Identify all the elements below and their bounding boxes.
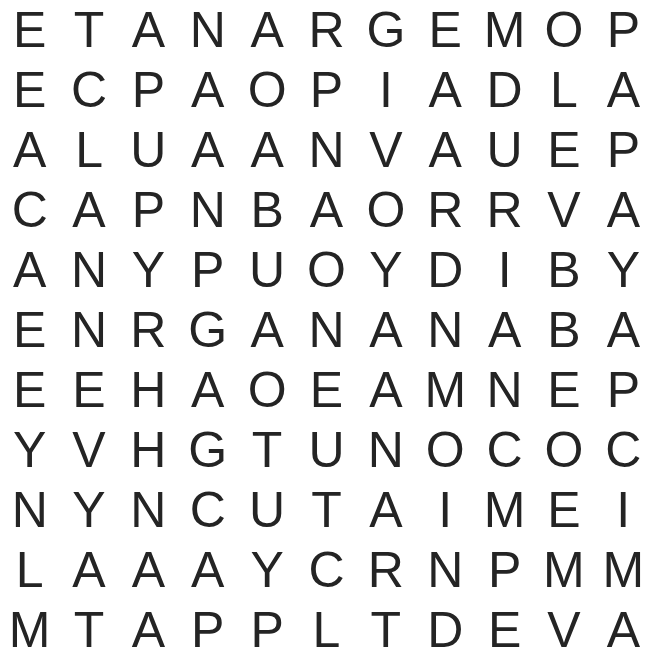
grid-cell-r11c2[interactable]: T [59, 600, 118, 660]
grid-cell-r11c7[interactable]: T [356, 600, 415, 660]
grid-cell-r4c9[interactable]: R [475, 180, 534, 240]
grid-cell-r10c10[interactable]: M [534, 540, 593, 600]
grid-cell-r7c8[interactable]: M [416, 360, 475, 420]
grid-cell-r6c10[interactable]: B [534, 300, 593, 360]
grid-cell-r5c11[interactable]: Y [594, 240, 653, 300]
grid-cell-r8c8[interactable]: O [416, 420, 475, 480]
grid-cell-r6c9[interactable]: A [475, 300, 534, 360]
grid-cell-r3c4[interactable]: A [178, 120, 237, 180]
grid-cell-r10c1[interactable]: L [0, 540, 59, 600]
grid-cell-r11c10[interactable]: V [534, 600, 593, 660]
grid-cell-r5c5[interactable]: U [237, 240, 296, 300]
grid-cell-r10c4[interactable]: A [178, 540, 237, 600]
grid-cell-r7c2[interactable]: E [59, 360, 118, 420]
grid-cell-r9c10[interactable]: E [534, 480, 593, 540]
grid-cell-r6c2[interactable]: N [59, 300, 118, 360]
grid-cell-r7c10[interactable]: E [534, 360, 593, 420]
grid-cell-r5c10[interactable]: B [534, 240, 593, 300]
grid-cell-r9c1[interactable]: N [0, 480, 59, 540]
grid-cell-r5c6[interactable]: O [297, 240, 356, 300]
grid-cell-r8c10[interactable]: O [534, 420, 593, 480]
grid-cell-r4c7[interactable]: O [356, 180, 415, 240]
grid-cell-r11c11[interactable]: A [594, 600, 653, 660]
grid-cell-r11c9[interactable]: E [475, 600, 534, 660]
grid-cell-r7c6[interactable]: E [297, 360, 356, 420]
grid-cell-r2c7[interactable]: I [356, 60, 415, 120]
grid-cell-r9c9[interactable]: M [475, 480, 534, 540]
grid-cell-r2c4[interactable]: A [178, 60, 237, 120]
grid-cell-r3c9[interactable]: U [475, 120, 534, 180]
grid-cell-r2c3[interactable]: P [119, 60, 178, 120]
grid-cell-r9c5[interactable]: U [237, 480, 296, 540]
grid-cell-r5c1[interactable]: A [0, 240, 59, 300]
grid-cell-r7c3[interactable]: H [119, 360, 178, 420]
grid-cell-r7c5[interactable]: O [237, 360, 296, 420]
grid-cell-r11c4[interactable]: P [178, 600, 237, 660]
grid-cell-r9c6[interactable]: T [297, 480, 356, 540]
grid-cell-r3c3[interactable]: U [119, 120, 178, 180]
grid-cell-r5c4[interactable]: P [178, 240, 237, 300]
grid-cell-r9c3[interactable]: N [119, 480, 178, 540]
grid-cell-r4c5[interactable]: B [237, 180, 296, 240]
grid-cell-r8c5[interactable]: T [237, 420, 296, 480]
grid-cell-r5c7[interactable]: Y [356, 240, 415, 300]
grid-cell-r1c4[interactable]: N [178, 0, 237, 60]
grid-cell-r8c9[interactable]: C [475, 420, 534, 480]
grid-cell-r3c11[interactable]: P [594, 120, 653, 180]
grid-cell-r3c7[interactable]: V [356, 120, 415, 180]
grid-cell-r8c1[interactable]: Y [0, 420, 59, 480]
grid-cell-r10c5[interactable]: Y [237, 540, 296, 600]
grid-cell-r10c6[interactable]: C [297, 540, 356, 600]
grid-cell-r1c8[interactable]: E [416, 0, 475, 60]
grid-cell-r2c6[interactable]: P [297, 60, 356, 120]
grid-cell-r10c8[interactable]: N [416, 540, 475, 600]
grid-cell-r7c9[interactable]: N [475, 360, 534, 420]
grid-cell-r9c2[interactable]: Y [59, 480, 118, 540]
grid-cell-r6c3[interactable]: R [119, 300, 178, 360]
grid-cell-r7c11[interactable]: P [594, 360, 653, 420]
grid-cell-r4c1[interactable]: C [0, 180, 59, 240]
grid-cell-r8c11[interactable]: C [594, 420, 653, 480]
grid-cell-r9c11[interactable]: I [594, 480, 653, 540]
grid-cell-r5c2[interactable]: N [59, 240, 118, 300]
grid-cell-r1c10[interactable]: O [534, 0, 593, 60]
grid-cell-r2c10[interactable]: L [534, 60, 593, 120]
grid-cell-r11c1[interactable]: M [0, 600, 59, 660]
grid-cell-r10c11[interactable]: M [594, 540, 653, 600]
grid-cell-r5c3[interactable]: Y [119, 240, 178, 300]
grid-cell-r9c8[interactable]: I [416, 480, 475, 540]
grid-cell-r11c5[interactable]: P [237, 600, 296, 660]
grid-cell-r3c2[interactable]: L [59, 120, 118, 180]
grid-cell-r10c7[interactable]: R [356, 540, 415, 600]
grid-cell-r2c1[interactable]: E [0, 60, 59, 120]
grid-cell-r8c3[interactable]: H [119, 420, 178, 480]
grid-cell-r3c8[interactable]: A [416, 120, 475, 180]
grid-cell-r4c8[interactable]: R [416, 180, 475, 240]
grid-cell-r1c9[interactable]: M [475, 0, 534, 60]
grid-cell-r4c11[interactable]: A [594, 180, 653, 240]
grid-cell-r11c6[interactable]: L [297, 600, 356, 660]
grid-cell-r1c7[interactable]: G [356, 0, 415, 60]
grid-cell-r3c6[interactable]: N [297, 120, 356, 180]
grid-cell-r7c4[interactable]: A [178, 360, 237, 420]
grid-cell-r2c9[interactable]: D [475, 60, 534, 120]
grid-cell-r6c5[interactable]: A [237, 300, 296, 360]
grid-cell-r10c2[interactable]: A [59, 540, 118, 600]
grid-cell-r6c8[interactable]: N [416, 300, 475, 360]
grid-cell-r2c8[interactable]: A [416, 60, 475, 120]
grid-cell-r8c2[interactable]: V [59, 420, 118, 480]
grid-cell-r1c2[interactable]: T [59, 0, 118, 60]
grid-cell-r5c8[interactable]: D [416, 240, 475, 300]
grid-cell-r11c3[interactable]: A [119, 600, 178, 660]
word-search-grid: ETANARGEMOPECPAOPIADLAALUAANVAUEPCAPNBAO… [0, 0, 653, 660]
grid-cell-r9c4[interactable]: C [178, 480, 237, 540]
grid-cell-r1c6[interactable]: R [297, 0, 356, 60]
grid-cell-r6c1[interactable]: E [0, 300, 59, 360]
grid-cell-r4c10[interactable]: V [534, 180, 593, 240]
grid-cell-r1c11[interactable]: P [594, 0, 653, 60]
grid-cell-r3c10[interactable]: E [534, 120, 593, 180]
grid-cell-r8c4[interactable]: G [178, 420, 237, 480]
grid-cell-r9c7[interactable]: A [356, 480, 415, 540]
grid-cell-r6c4[interactable]: G [178, 300, 237, 360]
grid-cell-r7c1[interactable]: E [0, 360, 59, 420]
grid-cell-r3c5[interactable]: A [237, 120, 296, 180]
grid-cell-r1c1[interactable]: E [0, 0, 59, 60]
grid-cell-r2c11[interactable]: A [594, 60, 653, 120]
grid-cell-r8c6[interactable]: U [297, 420, 356, 480]
grid-cell-r7c7[interactable]: A [356, 360, 415, 420]
grid-cell-r5c9[interactable]: I [475, 240, 534, 300]
grid-cell-r8c7[interactable]: N [356, 420, 415, 480]
grid-cell-r4c4[interactable]: N [178, 180, 237, 240]
grid-cell-r4c6[interactable]: A [297, 180, 356, 240]
grid-cell-r1c5[interactable]: A [237, 0, 296, 60]
grid-cell-r11c8[interactable]: D [416, 600, 475, 660]
grid-cell-r6c11[interactable]: A [594, 300, 653, 360]
grid-cell-r2c5[interactable]: O [237, 60, 296, 120]
grid-cell-r6c7[interactable]: A [356, 300, 415, 360]
grid-cell-r2c2[interactable]: C [59, 60, 118, 120]
grid-cell-r4c3[interactable]: P [119, 180, 178, 240]
grid-cell-r10c9[interactable]: P [475, 540, 534, 600]
grid-cell-r1c3[interactable]: A [119, 0, 178, 60]
grid-cell-r3c1[interactable]: A [0, 120, 59, 180]
grid-cell-r10c3[interactable]: A [119, 540, 178, 600]
grid-cell-r6c6[interactable]: N [297, 300, 356, 360]
grid-cell-r4c2[interactable]: A [59, 180, 118, 240]
